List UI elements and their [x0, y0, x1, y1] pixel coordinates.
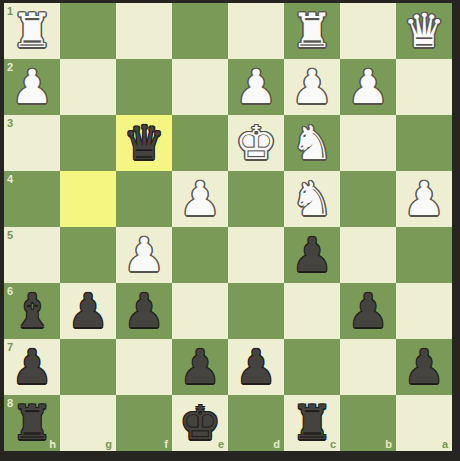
white-knight[interactable]: ♞ [291, 175, 333, 222]
black-pawn[interactable]: ♟ [67, 287, 109, 334]
file-label-b: b [385, 438, 392, 450]
board-frame: 1♜♜♛2♟♟♟♟3♛♚♞4♟♞♟5♟♟6♝♟♟♟7♟♟♟♟8h♜gfe♚dc♜… [0, 0, 460, 461]
white-rook[interactable]: ♜ [11, 7, 53, 54]
square-d2[interactable]: ♟ [228, 59, 284, 115]
square-c6[interactable] [284, 283, 340, 339]
square-f2[interactable] [116, 59, 172, 115]
file-label-d: d [273, 438, 280, 450]
square-g4[interactable] [60, 171, 116, 227]
file-label-f: f [164, 438, 168, 450]
white-pawn[interactable]: ♟ [347, 63, 389, 110]
square-c7[interactable] [284, 339, 340, 395]
square-f7[interactable] [116, 339, 172, 395]
white-queen[interactable]: ♛ [403, 7, 445, 54]
black-pawn[interactable]: ♟ [123, 287, 165, 334]
file-label-g: g [105, 438, 112, 450]
square-e8[interactable]: e♚ [172, 395, 228, 451]
black-pawn[interactable]: ♟ [11, 343, 53, 390]
white-pawn[interactable]: ♟ [123, 231, 165, 278]
square-a1[interactable]: ♛ [396, 3, 452, 59]
square-a3[interactable] [396, 115, 452, 171]
square-h1[interactable]: 1♜ [4, 3, 60, 59]
rank-label-3: 3 [7, 117, 13, 129]
square-f6[interactable]: ♟ [116, 283, 172, 339]
square-d8[interactable]: d [228, 395, 284, 451]
square-g2[interactable] [60, 59, 116, 115]
square-a8[interactable]: a [396, 395, 452, 451]
white-rook[interactable]: ♜ [291, 7, 333, 54]
square-c1[interactable]: ♜ [284, 3, 340, 59]
black-rook[interactable]: ♜ [11, 399, 53, 446]
square-g3[interactable] [60, 115, 116, 171]
black-pawn[interactable]: ♟ [347, 287, 389, 334]
square-g1[interactable] [60, 3, 116, 59]
square-c5[interactable]: ♟ [284, 227, 340, 283]
square-a2[interactable] [396, 59, 452, 115]
square-e2[interactable] [172, 59, 228, 115]
square-h2[interactable]: 2♟ [4, 59, 60, 115]
square-d4[interactable] [228, 171, 284, 227]
black-rook[interactable]: ♜ [291, 399, 333, 446]
square-a6[interactable] [396, 283, 452, 339]
square-e5[interactable] [172, 227, 228, 283]
black-pawn[interactable]: ♟ [291, 231, 333, 278]
white-king[interactable]: ♚ [235, 119, 277, 166]
square-g7[interactable] [60, 339, 116, 395]
square-c4[interactable]: ♞ [284, 171, 340, 227]
square-e7[interactable]: ♟ [172, 339, 228, 395]
square-d1[interactable] [228, 3, 284, 59]
square-b6[interactable]: ♟ [340, 283, 396, 339]
square-d3[interactable]: ♚ [228, 115, 284, 171]
square-f5[interactable]: ♟ [116, 227, 172, 283]
square-g5[interactable] [60, 227, 116, 283]
square-c2[interactable]: ♟ [284, 59, 340, 115]
square-e4[interactable]: ♟ [172, 171, 228, 227]
file-label-a: a [442, 438, 448, 450]
square-f4[interactable] [116, 171, 172, 227]
black-queen[interactable]: ♛ [123, 119, 165, 166]
square-a7[interactable]: ♟ [396, 339, 452, 395]
square-f1[interactable] [116, 3, 172, 59]
square-h8[interactable]: 8h♜ [4, 395, 60, 451]
black-pawn[interactable]: ♟ [179, 343, 221, 390]
rank-label-4: 4 [7, 173, 13, 185]
square-b5[interactable] [340, 227, 396, 283]
square-a4[interactable]: ♟ [396, 171, 452, 227]
white-knight[interactable]: ♞ [291, 119, 333, 166]
square-b7[interactable] [340, 339, 396, 395]
square-h4[interactable]: 4 [4, 171, 60, 227]
black-bishop[interactable]: ♝ [11, 287, 53, 334]
square-b2[interactable]: ♟ [340, 59, 396, 115]
square-h7[interactable]: 7♟ [4, 339, 60, 395]
square-d5[interactable] [228, 227, 284, 283]
black-king[interactable]: ♚ [179, 399, 221, 446]
square-a5[interactable] [396, 227, 452, 283]
square-f3[interactable]: ♛ [116, 115, 172, 171]
square-e1[interactable] [172, 3, 228, 59]
square-c3[interactable]: ♞ [284, 115, 340, 171]
square-b3[interactable] [340, 115, 396, 171]
black-pawn[interactable]: ♟ [235, 343, 277, 390]
black-pawn[interactable]: ♟ [403, 343, 445, 390]
square-b1[interactable] [340, 3, 396, 59]
square-h5[interactable]: 5 [4, 227, 60, 283]
square-d6[interactable] [228, 283, 284, 339]
square-e6[interactable] [172, 283, 228, 339]
square-h3[interactable]: 3 [4, 115, 60, 171]
square-g6[interactable]: ♟ [60, 283, 116, 339]
white-pawn[interactable]: ♟ [403, 175, 445, 222]
white-pawn[interactable]: ♟ [179, 175, 221, 222]
square-c8[interactable]: c♜ [284, 395, 340, 451]
chess-board: 1♜♜♛2♟♟♟♟3♛♚♞4♟♞♟5♟♟6♝♟♟♟7♟♟♟♟8h♜gfe♚dc♜… [4, 3, 452, 451]
square-g8[interactable]: g [60, 395, 116, 451]
white-pawn[interactable]: ♟ [11, 63, 53, 110]
square-d7[interactable]: ♟ [228, 339, 284, 395]
white-pawn[interactable]: ♟ [291, 63, 333, 110]
square-e3[interactable] [172, 115, 228, 171]
rank-label-5: 5 [7, 229, 13, 241]
white-pawn[interactable]: ♟ [235, 63, 277, 110]
square-b4[interactable] [340, 171, 396, 227]
square-f8[interactable]: f [116, 395, 172, 451]
square-h6[interactable]: 6♝ [4, 283, 60, 339]
square-b8[interactable]: b [340, 395, 396, 451]
